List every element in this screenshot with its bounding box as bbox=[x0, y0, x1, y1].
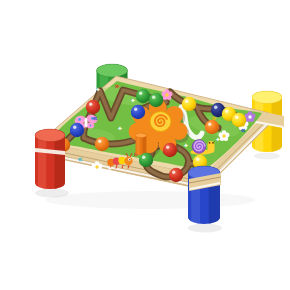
bead-yellow[interactable] bbox=[182, 97, 196, 111]
direction-arrow-decal: « bbox=[77, 155, 82, 164]
snail-decal bbox=[191, 140, 215, 155]
leg-shadow bbox=[188, 224, 222, 233]
leg-shadow bbox=[254, 153, 280, 160]
bead-orange[interactable] bbox=[205, 120, 219, 134]
bead-orange[interactable] bbox=[95, 137, 109, 151]
product-photo-stage: ✦✦✦✦✦✦✦✦»««»«»« bbox=[0, 0, 290, 290]
leg-left-red-top bbox=[35, 129, 65, 142]
bead-red[interactable] bbox=[169, 168, 183, 182]
wooden-peg[interactable] bbox=[136, 133, 147, 155]
bead-yellow[interactable] bbox=[232, 113, 246, 127]
sparkle-decal: ✦ bbox=[215, 136, 221, 144]
direction-arrow-decal: « bbox=[92, 114, 97, 123]
bead-green[interactable] bbox=[149, 93, 163, 107]
leg-back-green-top bbox=[97, 64, 128, 77]
sparkle-decal: ✦ bbox=[107, 165, 113, 173]
toy-soft-shadow bbox=[45, 191, 255, 209]
leg-shadow bbox=[35, 189, 69, 198]
wooden-peg-top bbox=[136, 133, 147, 138]
sparkle-decal: ✦ bbox=[227, 98, 233, 106]
sparkle-decal: ✦ bbox=[95, 86, 101, 94]
bead-blue[interactable] bbox=[70, 123, 84, 137]
sparkle-decal: ✦ bbox=[183, 142, 189, 150]
sparkle-decal: ✦ bbox=[130, 97, 136, 105]
sparkle-decal: ✦ bbox=[117, 125, 123, 133]
bead-red[interactable] bbox=[163, 143, 177, 157]
bead-blue[interactable] bbox=[131, 105, 145, 119]
leg-left-red bbox=[35, 129, 65, 189]
bead-green[interactable] bbox=[136, 89, 150, 103]
bead-red[interactable] bbox=[86, 100, 100, 114]
direction-arrow-decal: » bbox=[114, 82, 119, 91]
leg-right-yellow-top bbox=[252, 91, 282, 104]
direction-arrow-decal: « bbox=[240, 126, 245, 135]
bead-maze-svg: ✦✦✦✦✦✦✦✦»««»«»« bbox=[0, 0, 290, 290]
bead-green[interactable] bbox=[139, 153, 153, 167]
